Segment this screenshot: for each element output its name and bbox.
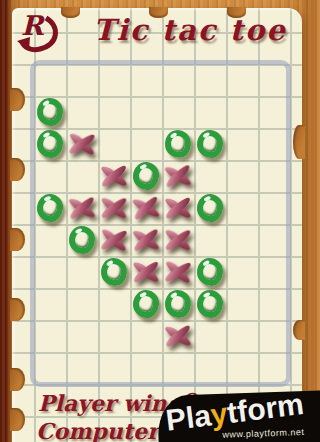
piece-x <box>98 160 130 192</box>
piece-x <box>160 254 195 289</box>
piece-x <box>97 191 131 225</box>
piece-x <box>129 223 162 256</box>
piece-o <box>34 128 66 160</box>
piece-o <box>193 191 228 226</box>
piece-x <box>129 191 164 226</box>
swirl-arrow-r-icon: R <box>15 9 63 59</box>
piece-o <box>193 255 226 288</box>
piece-x <box>161 223 195 257</box>
piece-o <box>33 95 67 129</box>
piece-x <box>130 256 163 289</box>
piece-o <box>32 190 67 225</box>
piece-o <box>194 288 227 321</box>
piece-o <box>129 159 164 194</box>
playtform-watermark: Playtform www.playtform.net <box>157 390 320 442</box>
piece-o <box>66 224 99 257</box>
piece-x <box>96 222 131 257</box>
playtform-url: www.playtform.net <box>222 427 304 440</box>
piece-x <box>162 192 194 224</box>
game-board[interactable] <box>34 64 290 384</box>
player-win-label: Player win: <box>38 390 175 416</box>
piece-o <box>160 126 195 161</box>
piece-x <box>65 127 100 162</box>
piece-o <box>97 255 131 289</box>
piece-o <box>129 287 163 321</box>
piece-x <box>162 320 195 353</box>
torn-edge-notch <box>293 320 305 340</box>
piece-x <box>161 159 195 193</box>
torn-edge-notch <box>293 125 305 159</box>
piece-o <box>194 128 227 161</box>
page-title: Tic tac toe <box>68 13 312 47</box>
piece-x <box>65 191 98 224</box>
brand-pre: Pla <box>164 398 213 436</box>
brand-post: tform <box>225 387 305 429</box>
game-window: R Tic tac toe Player win: 0 Computer w P… <box>0 0 320 442</box>
piece-o <box>161 287 195 321</box>
svg-text:R: R <box>21 10 45 41</box>
